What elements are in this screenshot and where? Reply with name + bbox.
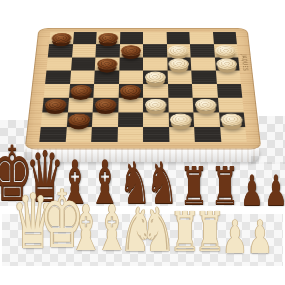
board-square (189, 44, 213, 57)
board-square (118, 84, 143, 98)
board-square (190, 57, 215, 70)
chess-piece-walnut-pawn: ♟ (240, 170, 263, 212)
board-square (66, 112, 92, 127)
board-square (143, 32, 166, 44)
board-square (118, 57, 142, 70)
board-square (93, 84, 118, 98)
game-board: JAQUES (24, 28, 261, 149)
board-square (95, 44, 119, 57)
board-square (219, 127, 246, 142)
board-square (118, 70, 142, 84)
board-square (166, 44, 190, 57)
board-square (191, 84, 217, 98)
checker-light (170, 113, 192, 125)
board-square (70, 57, 95, 70)
board-square (167, 84, 192, 98)
checker-light (168, 45, 189, 56)
board-squares-grid (39, 32, 246, 142)
board-square (143, 57, 167, 70)
board-square (69, 70, 94, 84)
board-square (168, 127, 194, 142)
board-square (143, 70, 167, 84)
board-square (96, 32, 120, 44)
board-square (167, 98, 193, 112)
board-square (168, 112, 194, 127)
board-square (217, 98, 243, 112)
chess-piece-walnut-pawn: ♟ (264, 170, 285, 212)
checker-dark (97, 33, 117, 43)
board-square (218, 112, 245, 127)
checker-dark (120, 45, 140, 56)
board-square (94, 70, 119, 84)
checker-dark (119, 85, 140, 97)
board-square (212, 32, 236, 44)
checker-dark (50, 33, 71, 43)
product-photo-stage: JAQUES ♚♛♝♝♞♞♜♜♟♟ ♛♚♝♝♞♞♜♜♟♟ (0, 0, 285, 285)
board-square (215, 70, 240, 84)
checker-light (194, 99, 216, 111)
checker-dark (94, 99, 116, 111)
board-square (166, 57, 190, 70)
checker-light (144, 72, 165, 83)
board-square (67, 98, 93, 112)
checker-light (216, 58, 238, 69)
board-square (143, 127, 169, 142)
board-square (194, 127, 221, 142)
checker-light (220, 113, 243, 125)
board-square (143, 112, 169, 127)
board-square (192, 98, 218, 112)
board-square (46, 57, 71, 70)
checker-dark (68, 113, 91, 125)
checker-light (168, 58, 189, 69)
checker-dark (96, 58, 117, 69)
checker-light (144, 99, 166, 111)
board-square (72, 32, 96, 44)
board-square (119, 44, 143, 57)
board-square (189, 32, 213, 44)
board-square (47, 44, 72, 57)
chess-piece-natural-pawn: ♟ (222, 214, 248, 260)
checker-dark (44, 99, 66, 111)
board-square (92, 98, 118, 112)
brand-label: JAQUES (239, 55, 249, 72)
board-square (143, 84, 168, 98)
board-square (91, 127, 117, 142)
board-square (49, 32, 73, 44)
chess-piece-natural-pawn: ♟ (247, 214, 273, 260)
board-square (45, 70, 70, 84)
board-square (191, 70, 216, 84)
board-square (143, 98, 168, 112)
checker-dark (70, 85, 92, 97)
board-square (117, 112, 143, 127)
board-square (94, 57, 118, 70)
board-square (216, 84, 242, 98)
board-square (91, 112, 117, 127)
chess-piece-natural-rook: ♜ (195, 205, 226, 260)
board-square (68, 84, 94, 98)
board-square (117, 98, 142, 112)
board-square (214, 57, 239, 70)
board-square (119, 32, 142, 44)
board-square (40, 112, 67, 127)
board-square (166, 32, 190, 44)
board-square (167, 70, 192, 84)
board-square (43, 84, 69, 98)
board-square (213, 44, 238, 57)
board-square (193, 112, 219, 127)
board-square (42, 98, 68, 112)
checker-light (215, 45, 236, 56)
board-square (143, 44, 167, 57)
board-square (65, 127, 92, 142)
board-square (117, 127, 143, 142)
board-square (71, 44, 95, 57)
